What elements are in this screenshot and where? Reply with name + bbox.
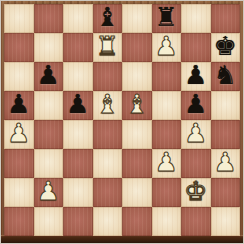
piece-black-knight[interactable]: ♞ bbox=[214, 62, 237, 90]
square-e6[interactable] bbox=[122, 62, 152, 91]
square-h5[interactable] bbox=[211, 91, 241, 120]
square-h1[interactable] bbox=[211, 207, 241, 236]
square-f2[interactable] bbox=[152, 178, 182, 207]
piece-white-pawn[interactable]: ♟ bbox=[37, 178, 60, 206]
square-e7[interactable] bbox=[122, 33, 152, 62]
piece-white-rook[interactable]: ♜ bbox=[96, 33, 119, 61]
piece-black-pawn[interactable]: ♟ bbox=[66, 91, 89, 119]
square-g4[interactable]: ♟ bbox=[181, 120, 211, 149]
square-h3[interactable]: ♟ bbox=[211, 149, 241, 178]
piece-white-pawn[interactable]: ♟ bbox=[155, 33, 178, 61]
piece-black-king[interactable]: ♚ bbox=[214, 33, 237, 61]
chess-board: ♝♜♜♟♚♟♟♞♟♟♝♝♟♟♟♟♟♟♚ bbox=[4, 4, 240, 236]
square-e4[interactable] bbox=[122, 120, 152, 149]
square-f5[interactable] bbox=[152, 91, 182, 120]
square-e5[interactable]: ♝ bbox=[122, 91, 152, 120]
square-e8[interactable] bbox=[122, 4, 152, 33]
square-e3[interactable] bbox=[122, 149, 152, 178]
piece-white-pawn[interactable]: ♟ bbox=[184, 120, 207, 148]
square-h8[interactable] bbox=[211, 4, 241, 33]
square-a5[interactable]: ♟ bbox=[4, 91, 34, 120]
board-frame: ♝♜♜♟♚♟♟♞♟♟♝♝♟♟♟♟♟♟♚ bbox=[0, 0, 244, 244]
square-a3[interactable] bbox=[4, 149, 34, 178]
piece-black-rook[interactable]: ♜ bbox=[155, 4, 178, 32]
square-f4[interactable] bbox=[152, 120, 182, 149]
piece-black-pawn[interactable]: ♟ bbox=[184, 62, 207, 90]
square-e2[interactable] bbox=[122, 178, 152, 207]
piece-white-bishop[interactable]: ♝ bbox=[96, 91, 119, 119]
square-h2[interactable] bbox=[211, 178, 241, 207]
square-g5[interactable]: ♟ bbox=[181, 91, 211, 120]
square-c5[interactable]: ♟ bbox=[63, 91, 93, 120]
piece-black-bishop[interactable]: ♝ bbox=[96, 4, 119, 32]
square-h4[interactable] bbox=[211, 120, 241, 149]
square-a4[interactable]: ♟ bbox=[4, 120, 34, 149]
square-c8[interactable] bbox=[63, 4, 93, 33]
square-f6[interactable] bbox=[152, 62, 182, 91]
square-c2[interactable] bbox=[63, 178, 93, 207]
piece-white-king[interactable]: ♚ bbox=[184, 178, 207, 206]
square-g1[interactable] bbox=[181, 207, 211, 236]
square-d5[interactable]: ♝ bbox=[93, 91, 123, 120]
square-b7[interactable] bbox=[34, 33, 64, 62]
piece-white-bishop[interactable]: ♝ bbox=[125, 91, 148, 119]
square-f8[interactable]: ♜ bbox=[152, 4, 182, 33]
square-c7[interactable] bbox=[63, 33, 93, 62]
square-b5[interactable] bbox=[34, 91, 64, 120]
square-f3[interactable]: ♟ bbox=[152, 149, 182, 178]
square-b8[interactable] bbox=[34, 4, 64, 33]
square-h7[interactable]: ♚ bbox=[211, 33, 241, 62]
square-e1[interactable] bbox=[122, 207, 152, 236]
square-b6[interactable]: ♟ bbox=[34, 62, 64, 91]
square-d3[interactable] bbox=[93, 149, 123, 178]
square-g3[interactable] bbox=[181, 149, 211, 178]
square-d2[interactable] bbox=[93, 178, 123, 207]
square-d6[interactable] bbox=[93, 62, 123, 91]
piece-white-pawn[interactable]: ♟ bbox=[155, 149, 178, 177]
square-g7[interactable] bbox=[181, 33, 211, 62]
square-g6[interactable]: ♟ bbox=[181, 62, 211, 91]
square-c1[interactable] bbox=[63, 207, 93, 236]
square-d7[interactable]: ♜ bbox=[93, 33, 123, 62]
piece-black-pawn[interactable]: ♟ bbox=[37, 62, 60, 90]
square-a1[interactable] bbox=[4, 207, 34, 236]
square-h6[interactable]: ♞ bbox=[211, 62, 241, 91]
square-b1[interactable] bbox=[34, 207, 64, 236]
square-c4[interactable] bbox=[63, 120, 93, 149]
square-g2[interactable]: ♚ bbox=[181, 178, 211, 207]
square-b4[interactable] bbox=[34, 120, 64, 149]
piece-white-pawn[interactable]: ♟ bbox=[214, 149, 237, 177]
square-a2[interactable] bbox=[4, 178, 34, 207]
piece-black-pawn[interactable]: ♟ bbox=[7, 91, 30, 119]
square-b3[interactable] bbox=[34, 149, 64, 178]
piece-white-pawn[interactable]: ♟ bbox=[7, 120, 30, 148]
square-a6[interactable] bbox=[4, 62, 34, 91]
square-d4[interactable] bbox=[93, 120, 123, 149]
piece-black-pawn[interactable]: ♟ bbox=[184, 91, 207, 119]
square-f7[interactable]: ♟ bbox=[152, 33, 182, 62]
square-a7[interactable] bbox=[4, 33, 34, 62]
square-g8[interactable] bbox=[181, 4, 211, 33]
square-d1[interactable] bbox=[93, 207, 123, 236]
square-b2[interactable]: ♟ bbox=[34, 178, 64, 207]
square-f1[interactable] bbox=[152, 207, 182, 236]
square-c3[interactable] bbox=[63, 149, 93, 178]
square-d8[interactable]: ♝ bbox=[93, 4, 123, 33]
square-c6[interactable] bbox=[63, 62, 93, 91]
square-a8[interactable] bbox=[4, 4, 34, 33]
